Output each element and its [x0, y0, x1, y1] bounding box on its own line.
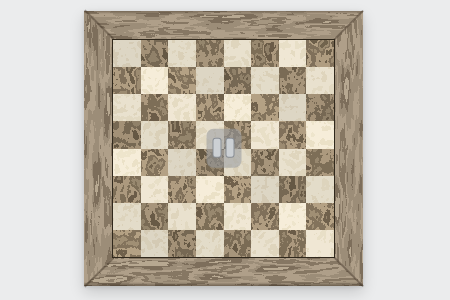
square-c5[interactable]: [168, 121, 196, 148]
square-h2[interactable]: [306, 203, 334, 230]
square-e6[interactable]: [224, 94, 252, 121]
square-d1[interactable]: [196, 230, 224, 257]
wood-texture: [224, 203, 252, 230]
wood-texture: [251, 176, 279, 203]
board-frame-right: [334, 11, 363, 286]
square-d2[interactable]: [196, 203, 224, 230]
square-a8[interactable]: [113, 40, 141, 67]
pause-bar-right: [226, 138, 235, 158]
wood-texture: [141, 121, 169, 148]
wood-texture: [306, 230, 334, 257]
square-h5[interactable]: [306, 121, 334, 148]
square-e7[interactable]: [224, 67, 252, 94]
square-d8[interactable]: [196, 40, 224, 67]
wood-texture: [113, 149, 141, 176]
wood-texture: [113, 203, 141, 230]
square-c1[interactable]: [168, 230, 196, 257]
wood-texture: [196, 94, 224, 121]
square-f4[interactable]: [251, 149, 279, 176]
wood-texture: [141, 149, 169, 176]
square-a5[interactable]: [113, 121, 141, 148]
square-g1[interactable]: [279, 230, 307, 257]
wood-texture: [113, 230, 141, 257]
wood-texture: [196, 67, 224, 94]
wood-texture: [251, 67, 279, 94]
wood-texture: [224, 40, 252, 67]
wood-texture: [306, 203, 334, 230]
wood-texture: [84, 11, 363, 40]
frame-bottom-edge-shadow: [84, 282, 363, 286]
wood-texture: [113, 67, 141, 94]
wood-texture: [279, 94, 307, 121]
page-background: [0, 0, 450, 300]
wood-texture: [279, 203, 307, 230]
wood-texture: [306, 121, 334, 148]
square-e1[interactable]: [224, 230, 252, 257]
wood-texture: [251, 121, 279, 148]
square-a6[interactable]: [113, 94, 141, 121]
wood-texture: [306, 149, 334, 176]
square-d7[interactable]: [196, 67, 224, 94]
wood-texture: [334, 11, 363, 286]
square-c7[interactable]: [168, 67, 196, 94]
square-f8[interactable]: [251, 40, 279, 67]
pause-overlay-icon[interactable]: [206, 128, 241, 167]
square-f1[interactable]: [251, 230, 279, 257]
chess-board: [84, 11, 363, 286]
wood-texture: [168, 121, 196, 148]
square-g6[interactable]: [279, 94, 307, 121]
wood-texture: [251, 230, 279, 257]
wood-texture: [141, 94, 169, 121]
square-a4[interactable]: [113, 149, 141, 176]
square-h4[interactable]: [306, 149, 334, 176]
square-h1[interactable]: [306, 230, 334, 257]
wood-texture: [168, 94, 196, 121]
wood-texture: [279, 176, 307, 203]
square-c2[interactable]: [168, 203, 196, 230]
square-e8[interactable]: [224, 40, 252, 67]
square-d6[interactable]: [196, 94, 224, 121]
wood-texture: [141, 230, 169, 257]
wood-texture: [168, 149, 196, 176]
square-a3[interactable]: [113, 176, 141, 203]
wood-texture: [168, 67, 196, 94]
wood-texture: [196, 40, 224, 67]
square-h6[interactable]: [306, 94, 334, 121]
square-b1[interactable]: [141, 230, 169, 257]
pause-bar-left: [213, 138, 222, 158]
square-h8[interactable]: [306, 40, 334, 67]
wood-texture: [251, 40, 279, 67]
wood-texture: [251, 203, 279, 230]
wood-texture: [168, 203, 196, 230]
square-f5[interactable]: [251, 121, 279, 148]
wood-texture: [113, 40, 141, 67]
square-b3[interactable]: [141, 176, 169, 203]
wood-texture: [251, 149, 279, 176]
wood-texture: [113, 176, 141, 203]
square-b8[interactable]: [141, 40, 169, 67]
wood-texture: [141, 176, 169, 203]
wood-texture: [224, 94, 252, 121]
wood-texture: [196, 176, 224, 203]
wood-texture: [84, 11, 113, 286]
square-b2[interactable]: [141, 203, 169, 230]
wood-texture: [306, 67, 334, 94]
square-b5[interactable]: [141, 121, 169, 148]
square-f3[interactable]: [251, 176, 279, 203]
frame-top-edge-shadow: [84, 11, 363, 14]
square-g2[interactable]: [279, 203, 307, 230]
wood-texture: [196, 203, 224, 230]
square-g3[interactable]: [279, 176, 307, 203]
square-c3[interactable]: [168, 176, 196, 203]
square-h7[interactable]: [306, 67, 334, 94]
square-h3[interactable]: [306, 176, 334, 203]
wood-texture: [251, 94, 279, 121]
square-c8[interactable]: [168, 40, 196, 67]
wood-texture: [279, 121, 307, 148]
wood-texture: [224, 67, 252, 94]
square-f7[interactable]: [251, 67, 279, 94]
square-e3[interactable]: [224, 176, 252, 203]
wood-texture: [113, 94, 141, 121]
square-b7[interactable]: [141, 67, 169, 94]
square-c4[interactable]: [168, 149, 196, 176]
wood-texture: [279, 67, 307, 94]
square-e2[interactable]: [224, 203, 252, 230]
wood-texture: [279, 149, 307, 176]
wood-texture: [279, 230, 307, 257]
square-g5[interactable]: [279, 121, 307, 148]
wood-texture: [224, 230, 252, 257]
square-g7[interactable]: [279, 67, 307, 94]
square-d3[interactable]: [196, 176, 224, 203]
wood-texture: [306, 94, 334, 121]
wood-texture: [141, 67, 169, 94]
square-b4[interactable]: [141, 149, 169, 176]
wood-texture: [113, 121, 141, 148]
wood-texture: [168, 40, 196, 67]
square-g8[interactable]: [279, 40, 307, 67]
square-f2[interactable]: [251, 203, 279, 230]
square-f6[interactable]: [251, 94, 279, 121]
wood-texture: [279, 40, 307, 67]
wood-texture: [224, 176, 252, 203]
board-frame-top: [84, 11, 363, 40]
square-g4[interactable]: [279, 149, 307, 176]
square-a7[interactable]: [113, 67, 141, 94]
board-frame-left: [84, 11, 113, 286]
wood-texture: [141, 40, 169, 67]
wood-texture: [306, 40, 334, 67]
square-c6[interactable]: [168, 94, 196, 121]
wood-texture: [306, 176, 334, 203]
wood-texture: [168, 176, 196, 203]
wood-texture: [168, 230, 196, 257]
wood-texture: [141, 203, 169, 230]
square-a2[interactable]: [113, 203, 141, 230]
square-b6[interactable]: [141, 94, 169, 121]
square-a1[interactable]: [113, 230, 141, 257]
wood-texture: [196, 230, 224, 257]
